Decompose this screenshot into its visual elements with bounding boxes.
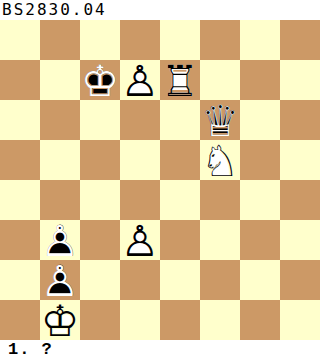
square-b3[interactable]: ♟♙ (40, 220, 80, 260)
square-c8[interactable] (80, 20, 120, 60)
piece-white-king: ♚♔ (40, 300, 80, 340)
square-e8[interactable] (160, 20, 200, 60)
piece-black-pawn: ♟♙ (40, 220, 80, 260)
square-b1[interactable]: ♚♔ (40, 300, 80, 340)
square-g4[interactable] (240, 180, 280, 220)
square-a7[interactable] (0, 60, 40, 100)
square-h3[interactable] (280, 220, 320, 260)
square-e2[interactable] (160, 260, 200, 300)
square-e6[interactable] (160, 100, 200, 140)
square-h8[interactable] (280, 20, 320, 60)
square-e3[interactable] (160, 220, 200, 260)
piece-black-king: ♚♔ (80, 60, 120, 100)
piece-white-rook: ♜♖ (160, 60, 200, 100)
piece-white-pawn: ♟♙ (120, 60, 160, 100)
square-d5[interactable] (120, 140, 160, 180)
chess-board: ♚♔♟♙♜♖♛♕♞♘♟♙♟♙♟♙♚♔ (0, 20, 320, 340)
square-g3[interactable] (240, 220, 280, 260)
square-b2[interactable]: ♟♙ (40, 260, 80, 300)
square-d6[interactable] (120, 100, 160, 140)
square-d4[interactable] (120, 180, 160, 220)
square-a5[interactable] (0, 140, 40, 180)
square-g6[interactable] (240, 100, 280, 140)
piece-black-pawn: ♟♙ (40, 260, 80, 300)
square-e1[interactable] (160, 300, 200, 340)
square-d3[interactable]: ♟♙ (120, 220, 160, 260)
square-f8[interactable] (200, 20, 240, 60)
square-a3[interactable] (0, 220, 40, 260)
square-b8[interactable] (40, 20, 80, 60)
square-d8[interactable] (120, 20, 160, 60)
square-a2[interactable] (0, 260, 40, 300)
square-f1[interactable] (200, 300, 240, 340)
square-g7[interactable] (240, 60, 280, 100)
square-h7[interactable] (280, 60, 320, 100)
puzzle-id: BS2830.04 (0, 0, 320, 20)
square-c5[interactable] (80, 140, 120, 180)
square-d7[interactable]: ♟♙ (120, 60, 160, 100)
square-h6[interactable] (280, 100, 320, 140)
square-a4[interactable] (0, 180, 40, 220)
square-a6[interactable] (0, 100, 40, 140)
square-d2[interactable] (120, 260, 160, 300)
square-b6[interactable] (40, 100, 80, 140)
square-f4[interactable] (200, 180, 240, 220)
square-c4[interactable] (80, 180, 120, 220)
square-b7[interactable] (40, 60, 80, 100)
square-a8[interactable] (0, 20, 40, 60)
square-c3[interactable] (80, 220, 120, 260)
square-g1[interactable] (240, 300, 280, 340)
square-f7[interactable] (200, 60, 240, 100)
square-f2[interactable] (200, 260, 240, 300)
square-g5[interactable] (240, 140, 280, 180)
square-h5[interactable] (280, 140, 320, 180)
piece-black-queen: ♛♕ (200, 100, 240, 140)
square-h1[interactable] (280, 300, 320, 340)
piece-white-pawn: ♟♙ (120, 220, 160, 260)
square-e5[interactable] (160, 140, 200, 180)
square-c6[interactable] (80, 100, 120, 140)
square-f6[interactable]: ♛♕ (200, 100, 240, 140)
square-h4[interactable] (280, 180, 320, 220)
square-g2[interactable] (240, 260, 280, 300)
square-d1[interactable] (120, 300, 160, 340)
square-c7[interactable]: ♚♔ (80, 60, 120, 100)
square-a1[interactable] (0, 300, 40, 340)
square-f5[interactable]: ♞♘ (200, 140, 240, 180)
square-b5[interactable] (40, 140, 80, 180)
square-g8[interactable] (240, 20, 280, 60)
square-e7[interactable]: ♜♖ (160, 60, 200, 100)
square-f3[interactable] (200, 220, 240, 260)
square-b4[interactable] (40, 180, 80, 220)
piece-white-knight: ♞♘ (200, 140, 240, 180)
square-e4[interactable] (160, 180, 200, 220)
square-c1[interactable] (80, 300, 120, 340)
square-h2[interactable] (280, 260, 320, 300)
square-c2[interactable] (80, 260, 120, 300)
